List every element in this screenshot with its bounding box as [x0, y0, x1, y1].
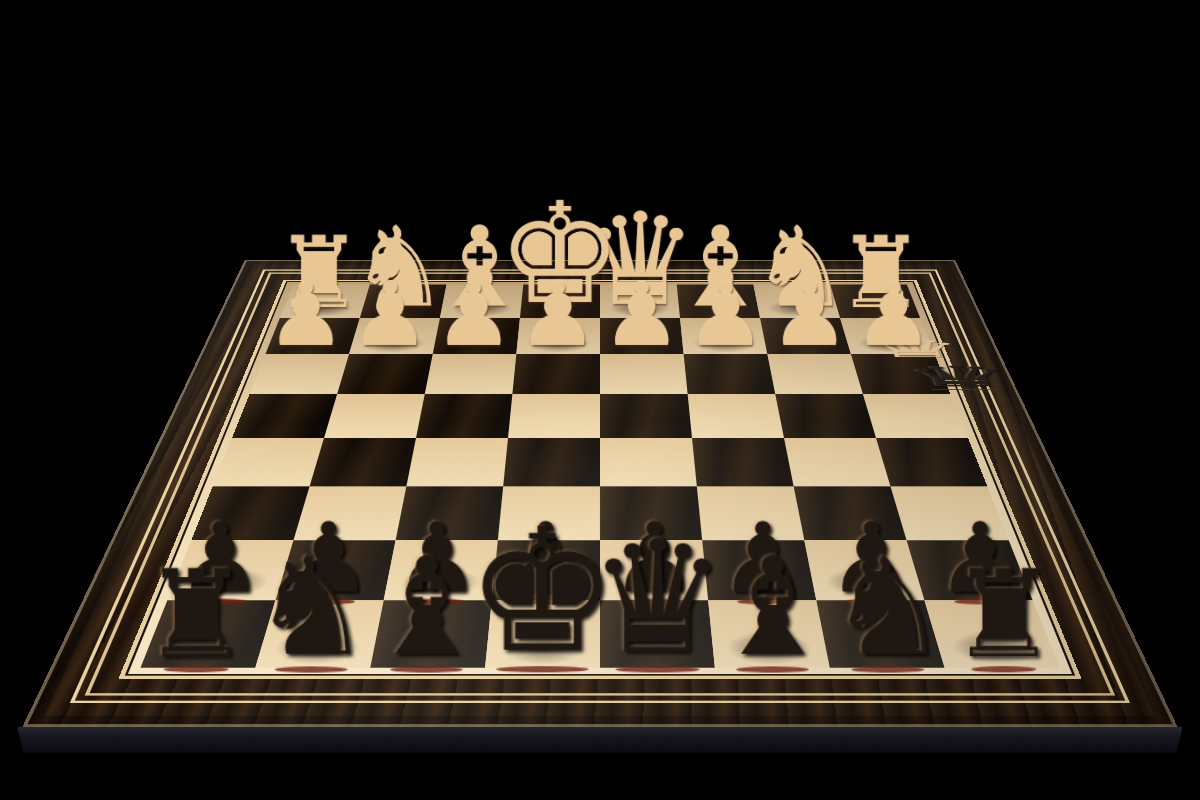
square-c2[interactable]: ♟	[680, 318, 767, 354]
square-g8[interactable]: ♞	[255, 600, 383, 668]
white-pawn-h2[interactable]: ♟	[267, 273, 346, 357]
square-d3[interactable]	[600, 354, 688, 394]
black-rook-h8[interactable]: ♜	[142, 558, 250, 672]
spare-black-queen[interactable]: ♛	[962, 386, 964, 387]
square-a5[interactable]	[876, 438, 987, 486]
chess-board: ♜♞♝♚♛♝♞♜♟♟♟♟♟♟♟♟♟♟♟♟♟♟♟♟♜♞♝♚♛♝♞♜ ♛♛	[22, 260, 1177, 726]
square-e8[interactable]: ♚	[485, 600, 600, 668]
black-rook-a8[interactable]: ♜	[950, 558, 1058, 672]
square-a4[interactable]	[863, 394, 968, 438]
square-g5[interactable]	[310, 438, 416, 486]
square-f3[interactable]	[425, 354, 517, 394]
square-h4[interactable]	[232, 394, 337, 438]
square-f4[interactable]	[416, 394, 512, 438]
black-knight-g8[interactable]: ♞	[251, 544, 372, 673]
square-e4[interactable]	[508, 394, 600, 438]
white-pawn-f2[interactable]: ♟	[434, 273, 513, 357]
square-h5[interactable]	[213, 438, 324, 486]
black-bishop-c8[interactable]: ♝	[712, 544, 833, 673]
square-d4[interactable]	[600, 394, 692, 438]
white-pawn-g2[interactable]: ♟	[351, 273, 430, 357]
square-g4[interactable]	[324, 394, 425, 438]
square-c3[interactable]	[684, 354, 776, 394]
square-g3[interactable]	[337, 354, 433, 394]
square-b3[interactable]	[767, 354, 863, 394]
square-d2[interactable]: ♟	[600, 318, 684, 354]
square-b4[interactable]	[775, 394, 876, 438]
square-f5[interactable]	[406, 438, 508, 486]
white-queen-glyph: ♛	[864, 337, 968, 360]
black-queen-glyph: ♛	[900, 363, 1020, 390]
square-b8[interactable]: ♞	[816, 600, 944, 668]
spare-white-queen[interactable]: ♛	[917, 357, 919, 358]
square-e5[interactable]	[503, 438, 600, 486]
black-king-e8[interactable]: ♚	[466, 510, 619, 672]
square-e3[interactable]	[512, 354, 600, 394]
square-e2[interactable]: ♟	[516, 318, 600, 354]
square-h2[interactable]: ♟	[265, 318, 360, 354]
square-b5[interactable]	[784, 438, 890, 486]
square-h3[interactable]	[249, 354, 349, 394]
white-pawn-c2[interactable]: ♟	[686, 273, 765, 357]
board-frame: ♜♞♝♚♛♝♞♜♟♟♟♟♟♟♟♟♟♟♟♟♟♟♟♟♜♞♝♚♛♝♞♜ ♛♛	[22, 260, 1177, 726]
board-side-edge	[17, 727, 1183, 753]
square-c5[interactable]	[692, 438, 794, 486]
black-knight-b8[interactable]: ♞	[828, 544, 949, 673]
square-g2[interactable]: ♟	[349, 318, 440, 354]
square-f2[interactable]: ♟	[433, 318, 520, 354]
photo-scene: ♜♞♝♚♛♝♞♜♟♟♟♟♟♟♟♟♟♟♟♟♟♟♟♟♜♞♝♚♛♝♞♜ ♛♛	[0, 0, 1200, 800]
white-pawn-b2[interactable]: ♟	[770, 273, 849, 357]
white-pawn-d2[interactable]: ♟	[602, 273, 681, 357]
white-pawn-e2[interactable]: ♟	[518, 273, 597, 357]
square-c4[interactable]	[688, 394, 784, 438]
square-b2[interactable]: ♟	[760, 318, 851, 354]
square-d5[interactable]	[600, 438, 697, 486]
